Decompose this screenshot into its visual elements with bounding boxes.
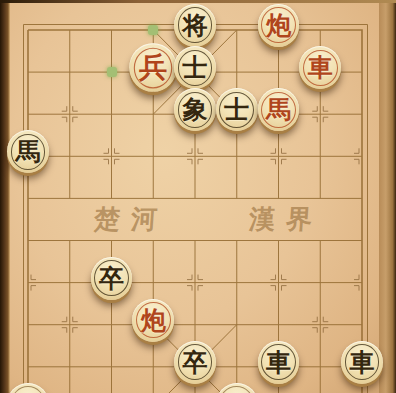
piece-red-cannon[interactable]: 炮 [258,4,300,47]
piece-black-soldier[interactable]: 卒 [91,257,133,300]
piece-glyph: 卒 [182,350,207,375]
xiangqi-app: 楚河 漢界 将炮兵士車象士馬馬卒炮卒車車 [0,0,396,393]
piece-red-cannon[interactable]: 炮 [132,299,174,342]
piece-black-advisor[interactable]: 士 [174,46,216,89]
piece-red-soldier[interactable]: 兵 [130,43,177,92]
piece-glyph: 炮 [141,308,166,333]
piece-glyph: 士 [182,55,207,80]
piece-black-chariot[interactable]: 車 [258,341,300,384]
piece-glyph: 馬 [266,97,291,122]
piece-glyph: 将 [182,13,207,38]
piece-glyph: 馬 [15,139,40,164]
piece-red-chariot[interactable]: 車 [299,46,341,89]
piece-black-horse[interactable]: 馬 [7,130,49,173]
piece-cut-off-piece[interactable] [7,383,49,393]
piece-black-chariot[interactable]: 車 [341,341,383,384]
piece-glyph: 炮 [266,13,291,38]
pieces-layer: 将炮兵士車象士馬馬卒炮卒車車 [7,9,383,393]
piece-black-general[interactable]: 将 [174,4,216,47]
piece-black-advisor[interactable]: 士 [216,88,258,131]
piece-red-horse[interactable]: 馬 [258,88,300,131]
piece-glyph: 車 [349,350,374,375]
piece-glyph: 士 [224,97,249,122]
piece-glyph: 象 [182,97,207,122]
piece-black-elephant[interactable]: 象 [174,88,216,131]
piece-glyph: 車 [308,55,333,80]
piece-cut-off-piece[interactable] [216,383,258,393]
piece-ring [11,386,46,393]
piece-ring [219,386,254,393]
piece-black-soldier[interactable]: 卒 [174,341,216,384]
piece-glyph: 兵 [139,53,167,81]
piece-glyph: 卒 [99,266,124,291]
piece-glyph: 車 [266,350,291,375]
